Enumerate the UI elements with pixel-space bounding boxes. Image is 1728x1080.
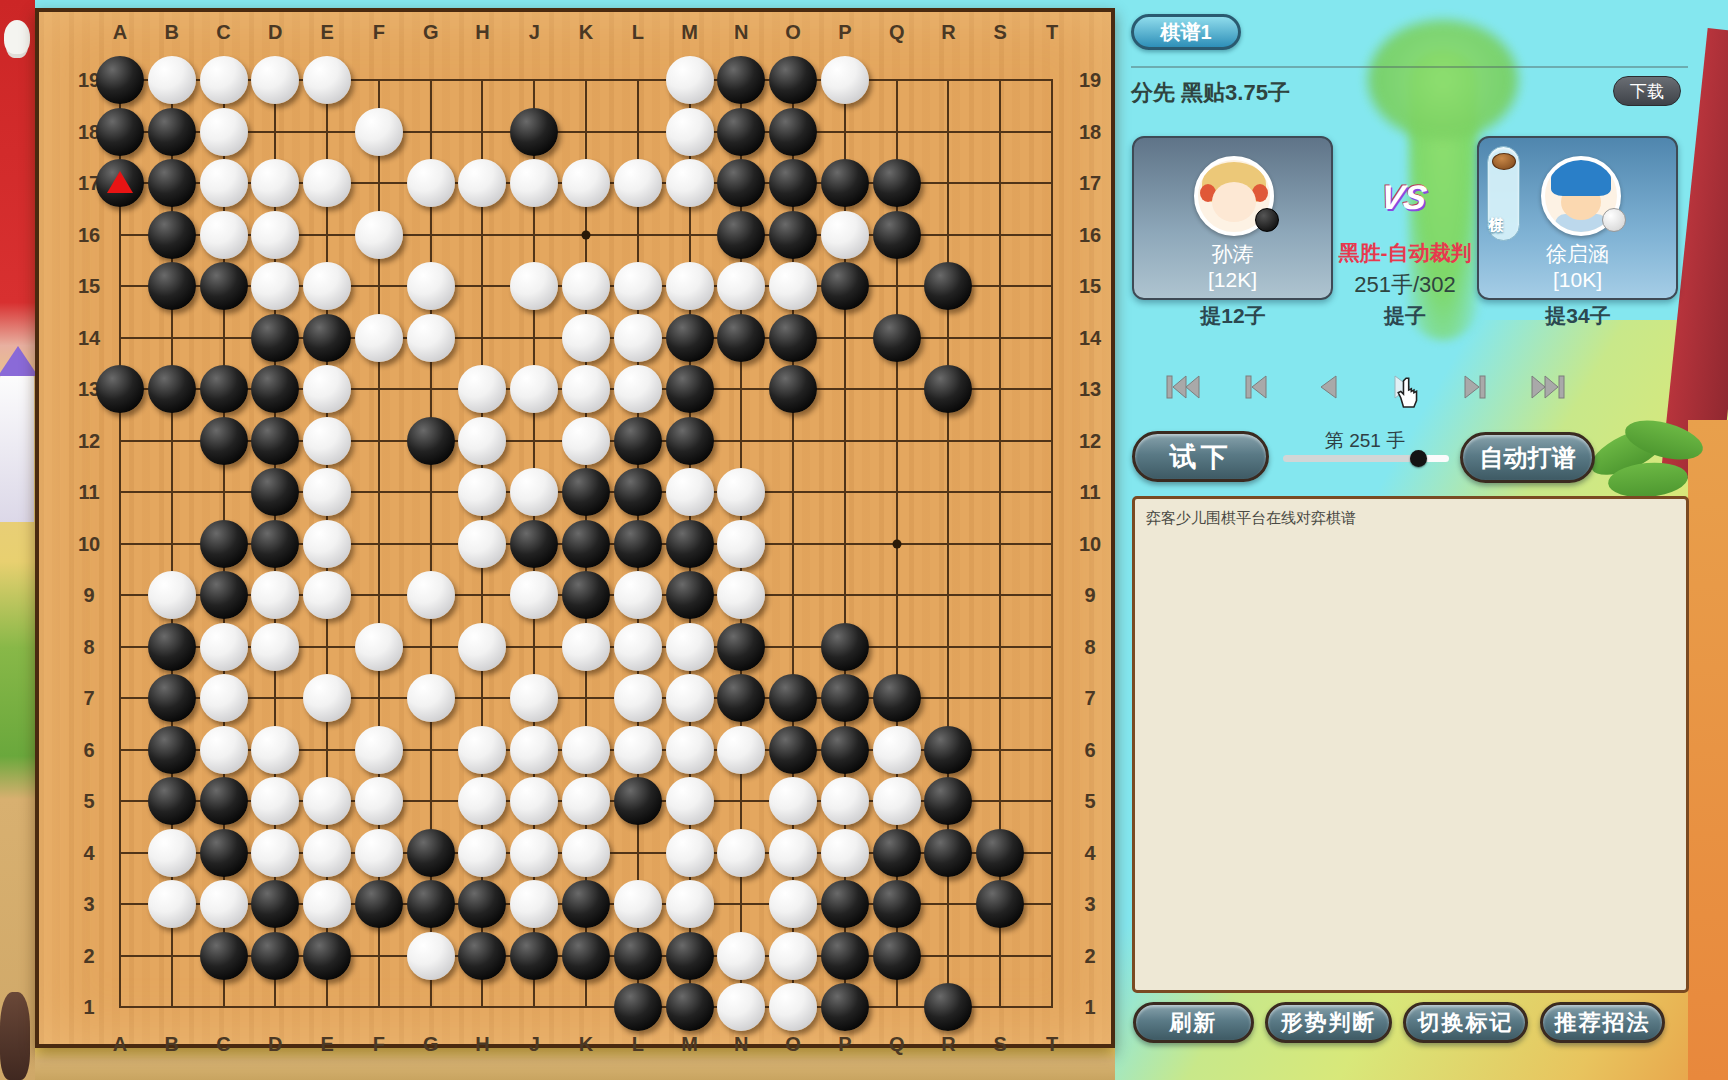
- stone-black[interactable]: [148, 365, 196, 413]
- row-label: 19: [1079, 69, 1101, 92]
- stone-white[interactable]: [510, 159, 558, 207]
- stone-black[interactable]: [873, 829, 921, 877]
- stone-white[interactable]: [251, 159, 299, 207]
- app-window: AABBCCDDEEFFGGHHJJKKLLMMNNOOPPQQRRSSTT19…: [0, 0, 1728, 1080]
- stone-white[interactable]: [200, 159, 248, 207]
- stone-black[interactable]: [96, 365, 144, 413]
- stone-black[interactable]: [769, 108, 817, 156]
- suggest-move-button[interactable]: 推荐招法: [1540, 1002, 1665, 1043]
- stone-black[interactable]: [873, 674, 921, 722]
- stone-white[interactable]: [614, 726, 662, 774]
- stone-white[interactable]: [200, 211, 248, 259]
- stone-white[interactable]: [251, 56, 299, 104]
- stone-black[interactable]: [769, 314, 817, 362]
- stone-black[interactable]: [251, 520, 299, 568]
- row-label: 14: [1079, 326, 1101, 349]
- row-label: 7: [83, 687, 94, 710]
- row-label: 14: [78, 326, 100, 349]
- stone-black[interactable]: [976, 880, 1024, 928]
- row-label: 7: [1084, 687, 1095, 710]
- stone-white[interactable]: [614, 159, 662, 207]
- stone-black[interactable]: [148, 211, 196, 259]
- row-label: 6: [83, 738, 94, 761]
- stone-black[interactable]: [666, 571, 714, 619]
- stone-black[interactable]: [251, 417, 299, 465]
- stone-black[interactable]: [614, 932, 662, 980]
- row-label: 3: [83, 893, 94, 916]
- stone-white[interactable]: [355, 726, 403, 774]
- stone-white[interactable]: [510, 468, 558, 516]
- stone-black[interactable]: [200, 262, 248, 310]
- stone-white[interactable]: [407, 932, 455, 980]
- stone-white[interactable]: [562, 159, 610, 207]
- stone-white[interactable]: [614, 571, 662, 619]
- stone-black[interactable]: [200, 365, 248, 413]
- stone-white[interactable]: [769, 880, 817, 928]
- board-grid-line: [1051, 79, 1053, 1008]
- stone-white[interactable]: [717, 726, 765, 774]
- background-pot: [0, 992, 30, 1080]
- column-label: N: [734, 1033, 748, 1056]
- stone-white[interactable]: [614, 674, 662, 722]
- stone-white[interactable]: [562, 365, 610, 413]
- column-label: A: [113, 1033, 127, 1056]
- column-label: F: [373, 21, 385, 44]
- turn-indicator-label: 行棋: [1488, 173, 1519, 237]
- stone-white[interactable]: [251, 829, 299, 877]
- stone-black[interactable]: [251, 880, 299, 928]
- column-label: S: [994, 21, 1007, 44]
- stone-white[interactable]: [251, 777, 299, 825]
- stone-white[interactable]: [717, 983, 765, 1031]
- stone-white[interactable]: [821, 829, 869, 877]
- row-label: 5: [1084, 790, 1095, 813]
- stone-black[interactable]: [769, 159, 817, 207]
- column-label: G: [423, 1033, 439, 1056]
- stone-white[interactable]: [510, 365, 558, 413]
- refresh-button[interactable]: 刷新: [1133, 1002, 1254, 1043]
- stone-white[interactable]: [200, 108, 248, 156]
- stone-white[interactable]: [458, 520, 506, 568]
- stone-black[interactable]: [717, 56, 765, 104]
- stone-black[interactable]: [821, 674, 869, 722]
- stone-black[interactable]: [614, 417, 662, 465]
- column-label: Q: [889, 1033, 905, 1056]
- white-stone-indicator-icon: [1602, 208, 1626, 232]
- column-label: L: [632, 21, 644, 44]
- stone-black[interactable]: [148, 674, 196, 722]
- stone-white[interactable]: [717, 932, 765, 980]
- stone-white[interactable]: [407, 314, 455, 362]
- stone-white[interactable]: [510, 674, 558, 722]
- stone-white[interactable]: [769, 777, 817, 825]
- stone-white[interactable]: [666, 880, 714, 928]
- column-label: G: [423, 21, 439, 44]
- stone-black[interactable]: [666, 314, 714, 362]
- stone-white[interactable]: [717, 262, 765, 310]
- stone-white[interactable]: [562, 623, 610, 671]
- row-label: 6: [1084, 738, 1095, 761]
- stone-white[interactable]: [666, 726, 714, 774]
- stone-black[interactable]: [821, 726, 869, 774]
- stone-white[interactable]: [666, 262, 714, 310]
- stone-black[interactable]: [251, 314, 299, 362]
- white-player-name: 徐启涵: [1479, 240, 1676, 268]
- stone-black[interactable]: [666, 417, 714, 465]
- stone-black[interactable]: [666, 932, 714, 980]
- column-label: Q: [889, 21, 905, 44]
- stone-black[interactable]: [769, 365, 817, 413]
- row-label: 1: [83, 996, 94, 1019]
- stone-white[interactable]: [303, 674, 351, 722]
- stone-white[interactable]: [303, 365, 351, 413]
- stone-black[interactable]: [769, 56, 817, 104]
- stone-black[interactable]: [976, 829, 1024, 877]
- column-label: P: [838, 21, 851, 44]
- white-player-rank: [10K]: [1479, 268, 1676, 292]
- row-label: 8: [83, 635, 94, 658]
- stone-white[interactable]: [717, 829, 765, 877]
- stone-black[interactable]: [614, 983, 662, 1031]
- stone-black[interactable]: [821, 623, 869, 671]
- stone-white[interactable]: [355, 211, 403, 259]
- stone-black[interactable]: [303, 932, 351, 980]
- stone-black[interactable]: [200, 520, 248, 568]
- column-label: H: [475, 1033, 489, 1056]
- stone-white[interactable]: [458, 726, 506, 774]
- column-label: N: [734, 21, 748, 44]
- stone-black[interactable]: [251, 468, 299, 516]
- stone-white[interactable]: [562, 417, 610, 465]
- stone-black[interactable]: [924, 365, 972, 413]
- stone-white[interactable]: [148, 880, 196, 928]
- background-tree-top: [1368, 20, 1518, 140]
- header-divider: [1131, 66, 1688, 68]
- stone-black[interactable]: [717, 674, 765, 722]
- column-label: E: [320, 1033, 333, 1056]
- column-label: R: [941, 21, 955, 44]
- column-label: J: [529, 21, 540, 44]
- stone-white[interactable]: [717, 468, 765, 516]
- stone-white[interactable]: [303, 262, 351, 310]
- position-judge-button[interactable]: 形势判断: [1265, 1002, 1392, 1043]
- toggle-marks-button[interactable]: 切换标记: [1403, 1002, 1528, 1043]
- stone-white[interactable]: [251, 571, 299, 619]
- stone-white[interactable]: [769, 983, 817, 1031]
- last-move-marker-icon: [107, 171, 133, 193]
- stone-white[interactable]: [303, 777, 351, 825]
- stone-white[interactable]: [355, 314, 403, 362]
- stone-black[interactable]: [769, 211, 817, 259]
- stone-white[interactable]: [303, 520, 351, 568]
- stone-white[interactable]: [355, 108, 403, 156]
- stone-white[interactable]: [458, 159, 506, 207]
- row-label: 12: [78, 429, 100, 452]
- stone-white[interactable]: [562, 314, 610, 362]
- stone-white[interactable]: [458, 829, 506, 877]
- stone-black[interactable]: [148, 726, 196, 774]
- row-label: 11: [78, 481, 99, 504]
- stone-black[interactable]: [821, 159, 869, 207]
- stone-black[interactable]: [717, 108, 765, 156]
- black-captures-count: 提12子: [1200, 302, 1265, 330]
- stone-black[interactable]: [562, 880, 610, 928]
- stone-black[interactable]: [562, 932, 610, 980]
- stone-black[interactable]: [148, 108, 196, 156]
- stone-black[interactable]: [355, 880, 403, 928]
- stone-white[interactable]: [717, 520, 765, 568]
- stone-black[interactable]: [614, 777, 662, 825]
- stone-white[interactable]: [562, 262, 610, 310]
- stone-white[interactable]: [458, 365, 506, 413]
- stone-white[interactable]: [303, 159, 351, 207]
- stone-white[interactable]: [614, 262, 662, 310]
- stone-white[interactable]: [407, 159, 455, 207]
- move-slider-knob[interactable]: [1410, 450, 1427, 467]
- column-label: F: [373, 1033, 385, 1056]
- stone-black[interactable]: [562, 468, 610, 516]
- nav-forward-fast-button[interactable]: [1457, 370, 1493, 404]
- row-label: 18: [1079, 120, 1101, 143]
- stone-white[interactable]: [251, 726, 299, 774]
- stone-black[interactable]: [251, 932, 299, 980]
- row-label: 8: [1084, 635, 1095, 658]
- column-label: M: [681, 21, 698, 44]
- stone-white[interactable]: [251, 211, 299, 259]
- stone-white[interactable]: [614, 314, 662, 362]
- stone-white[interactable]: [303, 56, 351, 104]
- stone-white[interactable]: [407, 674, 455, 722]
- stone-white[interactable]: [614, 365, 662, 413]
- stone-white[interactable]: [769, 262, 817, 310]
- stone-black[interactable]: [303, 314, 351, 362]
- stone-white[interactable]: [251, 262, 299, 310]
- download-button[interactable]: 下载: [1613, 76, 1681, 106]
- stone-black[interactable]: [510, 108, 558, 156]
- player-card-black[interactable]: 孙涛 [12K]: [1132, 136, 1333, 300]
- stone-white[interactable]: [510, 726, 558, 774]
- stone-white[interactable]: [355, 623, 403, 671]
- black-stone-indicator-icon: [1255, 208, 1279, 232]
- column-label: B: [165, 1033, 179, 1056]
- move-slider-remainder[interactable]: [1424, 455, 1449, 462]
- stone-white[interactable]: [200, 674, 248, 722]
- stone-white[interactable]: [666, 623, 714, 671]
- stone-black[interactable]: [821, 983, 869, 1031]
- stone-white[interactable]: [458, 468, 506, 516]
- black-player-name: 孙涛: [1134, 240, 1331, 268]
- stone-black[interactable]: [614, 468, 662, 516]
- tab-kifu-1[interactable]: 棋谱1: [1131, 14, 1241, 50]
- stone-black[interactable]: [924, 983, 972, 1031]
- nav-last-button[interactable]: [1530, 370, 1566, 404]
- row-label: 2: [83, 944, 94, 967]
- stone-white[interactable]: [407, 262, 455, 310]
- stone-white[interactable]: [562, 829, 610, 877]
- move-count: 251手/302: [1354, 270, 1456, 300]
- stone-white[interactable]: [666, 674, 714, 722]
- stone-white[interactable]: [666, 56, 714, 104]
- column-label: L: [632, 1033, 644, 1056]
- star-point: [892, 539, 901, 548]
- stone-black[interactable]: [200, 417, 248, 465]
- background-castle: [0, 372, 34, 522]
- stone-black[interactable]: [200, 571, 248, 619]
- stone-white[interactable]: [666, 829, 714, 877]
- stone-black[interactable]: [96, 108, 144, 156]
- stone-black[interactable]: [148, 159, 196, 207]
- stone-black[interactable]: [510, 520, 558, 568]
- stone-white[interactable]: [666, 468, 714, 516]
- stone-black[interactable]: [924, 777, 972, 825]
- kifu-notes-text: 弈客少儿围棋平台在线对弈棋谱: [1146, 509, 1356, 528]
- stone-white[interactable]: [562, 726, 610, 774]
- game-result: 黑胜-自动裁判: [1339, 239, 1472, 267]
- stone-white[interactable]: [821, 777, 869, 825]
- row-label: 16: [1079, 223, 1101, 246]
- stone-black[interactable]: [924, 726, 972, 774]
- stone-white[interactable]: [769, 932, 817, 980]
- white-captures-count: 提34子: [1545, 302, 1610, 330]
- stone-white[interactable]: [458, 417, 506, 465]
- stone-black[interactable]: [200, 777, 248, 825]
- stone-white[interactable]: [458, 623, 506, 671]
- stone-white[interactable]: [148, 56, 196, 104]
- stone-white[interactable]: [303, 880, 351, 928]
- stone-white[interactable]: [666, 777, 714, 825]
- stone-black[interactable]: [873, 880, 921, 928]
- stone-white[interactable]: [303, 571, 351, 619]
- stone-white[interactable]: [407, 571, 455, 619]
- stone-black[interactable]: [407, 829, 455, 877]
- nav-back-fast-button[interactable]: [1238, 370, 1274, 404]
- row-label: 16: [78, 223, 100, 246]
- stone-black[interactable]: [873, 211, 921, 259]
- stone-white[interactable]: [510, 829, 558, 877]
- stone-white[interactable]: [355, 829, 403, 877]
- stone-white[interactable]: [510, 777, 558, 825]
- stone-black[interactable]: [200, 932, 248, 980]
- turn-indicator: 行棋: [1487, 146, 1520, 241]
- board-grid-line: [119, 1006, 1053, 1008]
- stone-white[interactable]: [769, 829, 817, 877]
- stone-black[interactable]: [148, 262, 196, 310]
- row-label: 1: [1084, 996, 1095, 1019]
- stone-white[interactable]: [510, 571, 558, 619]
- column-label: D: [268, 1033, 282, 1056]
- stone-black[interactable]: [407, 417, 455, 465]
- stone-black[interactable]: [200, 829, 248, 877]
- stone-black[interactable]: [924, 829, 972, 877]
- nav-back-button[interactable]: [1311, 370, 1347, 404]
- stone-black[interactable]: [873, 159, 921, 207]
- stone-black[interactable]: [148, 623, 196, 671]
- background-right-margin: [1688, 420, 1728, 1080]
- stone-white[interactable]: [821, 56, 869, 104]
- stone-black[interactable]: [717, 314, 765, 362]
- stone-black[interactable]: [873, 932, 921, 980]
- stone-white[interactable]: [666, 108, 714, 156]
- stone-white[interactable]: [873, 726, 921, 774]
- try-move-button[interactable]: 试下: [1132, 431, 1269, 482]
- background-left-strip: [0, 0, 35, 1080]
- stone-black[interactable]: [458, 880, 506, 928]
- stone-white[interactable]: [148, 829, 196, 877]
- row-label: 17: [1079, 172, 1101, 195]
- column-label: T: [1046, 1033, 1058, 1056]
- stone-white[interactable]: [200, 623, 248, 671]
- stone-white[interactable]: [303, 468, 351, 516]
- stone-black[interactable]: [769, 674, 817, 722]
- stone-black[interactable]: [666, 365, 714, 413]
- stone-black[interactable]: [821, 932, 869, 980]
- stone-white[interactable]: [200, 880, 248, 928]
- stone-white[interactable]: [200, 726, 248, 774]
- stone-black[interactable]: [769, 726, 817, 774]
- stone-white[interactable]: [355, 777, 403, 825]
- column-label: T: [1046, 21, 1058, 44]
- column-label: D: [268, 21, 282, 44]
- kifu-notes-area[interactable]: 弈客少儿围棋平台在线对弈棋谱: [1132, 496, 1689, 993]
- stone-white[interactable]: [458, 777, 506, 825]
- stone-white[interactable]: [614, 880, 662, 928]
- star-point: [582, 230, 591, 239]
- stone-white[interactable]: [510, 262, 558, 310]
- stone-black[interactable]: [873, 314, 921, 362]
- black-player-rank: [12K]: [1134, 268, 1331, 292]
- row-label: 15: [1079, 275, 1101, 298]
- stone-white[interactable]: [562, 777, 610, 825]
- stone-white[interactable]: [717, 571, 765, 619]
- stone-black[interactable]: [924, 262, 972, 310]
- stone-black[interactable]: [821, 880, 869, 928]
- stone-black[interactable]: [148, 777, 196, 825]
- stone-black[interactable]: [251, 365, 299, 413]
- stone-white[interactable]: [821, 211, 869, 259]
- auto-replay-button[interactable]: 自动打谱: [1460, 432, 1595, 483]
- stone-black[interactable]: [510, 932, 558, 980]
- stone-black[interactable]: [666, 520, 714, 568]
- stone-black[interactable]: [96, 56, 144, 104]
- go-board[interactable]: AABBCCDDEEFFGGHHJJKKLLMMNNOOPPQQRRSSTT19…: [35, 8, 1115, 1048]
- stone-black[interactable]: [614, 520, 662, 568]
- stone-black[interactable]: [458, 932, 506, 980]
- stone-black[interactable]: [666, 983, 714, 1031]
- stone-white[interactable]: [200, 56, 248, 104]
- stone-black[interactable]: [562, 571, 610, 619]
- row-label: 10: [1079, 532, 1101, 555]
- stone-white[interactable]: [303, 417, 351, 465]
- stone-black[interactable]: [821, 262, 869, 310]
- bird-icon: [4, 20, 30, 54]
- stone-black[interactable]: [717, 211, 765, 259]
- nav-first-button[interactable]: [1165, 370, 1201, 404]
- stone-white[interactable]: [614, 623, 662, 671]
- stone-white[interactable]: [251, 623, 299, 671]
- stone-white[interactable]: [303, 829, 351, 877]
- stone-white[interactable]: [873, 777, 921, 825]
- stone-black[interactable]: [717, 159, 765, 207]
- stone-black[interactable]: [717, 623, 765, 671]
- stone-white[interactable]: [510, 880, 558, 928]
- move-slider-label: 第 251 手: [1325, 428, 1405, 454]
- stone-white[interactable]: [666, 159, 714, 207]
- stone-white[interactable]: [148, 571, 196, 619]
- stone-black[interactable]: [407, 880, 455, 928]
- stone-black[interactable]: [562, 520, 610, 568]
- mouse-cursor-icon: [1396, 377, 1424, 415]
- row-label: 11: [1079, 481, 1100, 504]
